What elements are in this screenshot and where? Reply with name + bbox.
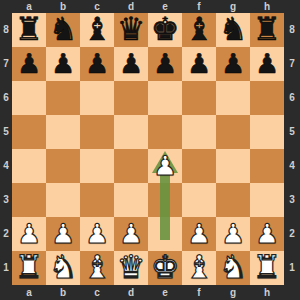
square-e5[interactable]: [148, 115, 182, 149]
piece-black-bishop-f8[interactable]: ♝: [185, 13, 214, 45]
square-g5[interactable]: [216, 115, 250, 149]
square-f3[interactable]: [182, 183, 216, 217]
file-label-f: f: [182, 285, 216, 300]
piece-black-bishop-c8[interactable]: ♝: [83, 13, 112, 45]
piece-black-knight-b8[interactable]: ♞: [49, 13, 78, 45]
square-h5[interactable]: [250, 115, 284, 149]
piece-white-pawn-f2[interactable]: ♟: [187, 220, 211, 247]
square-f2[interactable]: ♟: [182, 217, 216, 251]
piece-white-bishop-f1[interactable]: ♝: [185, 251, 214, 283]
square-g1[interactable]: ♞: [216, 251, 250, 285]
square-b6[interactable]: [46, 81, 80, 115]
piece-black-pawn-e7[interactable]: ♟: [153, 50, 177, 77]
chess-board-wrapper: abcdefgh abcdefgh 87654321 87654321 ♜♞♝♛…: [0, 0, 300, 300]
square-e1[interactable]: ♚: [148, 251, 182, 285]
square-b3[interactable]: [46, 183, 80, 217]
rank-label-7: 7: [284, 47, 300, 81]
square-d3[interactable]: [114, 183, 148, 217]
piece-white-rook-a1[interactable]: ♜: [15, 251, 44, 283]
piece-black-rook-h8[interactable]: ♜: [253, 13, 282, 45]
square-h6[interactable]: [250, 81, 284, 115]
rank-label-7: 7: [0, 47, 12, 81]
piece-black-pawn-b7[interactable]: ♟: [51, 50, 75, 77]
square-f1[interactable]: ♝: [182, 251, 216, 285]
rank-label-6: 6: [0, 81, 12, 115]
rank-labels-right: 87654321: [284, 13, 300, 285]
square-a5[interactable]: [12, 115, 46, 149]
file-label-g: g: [216, 285, 250, 300]
piece-black-pawn-d7[interactable]: ♟: [119, 50, 143, 77]
square-h3[interactable]: [250, 183, 284, 217]
piece-black-knight-g8[interactable]: ♞: [219, 13, 248, 45]
square-d8[interactable]: ♛: [114, 13, 148, 47]
square-c4[interactable]: [80, 149, 114, 183]
square-e6[interactable]: [148, 81, 182, 115]
rank-label-2: 2: [0, 217, 12, 251]
piece-black-pawn-f7[interactable]: ♟: [187, 50, 211, 77]
rank-label-8: 8: [284, 13, 300, 47]
file-label-h: h: [250, 285, 284, 300]
square-e2[interactable]: [148, 217, 182, 251]
piece-white-knight-b1[interactable]: ♞: [49, 251, 78, 283]
square-c6[interactable]: [80, 81, 114, 115]
file-labels-bottom: abcdefgh: [12, 285, 284, 300]
rank-label-2: 2: [284, 217, 300, 251]
square-c1[interactable]: ♝: [80, 251, 114, 285]
square-h7[interactable]: ♟: [250, 47, 284, 81]
square-f5[interactable]: [182, 115, 216, 149]
piece-white-knight-g1[interactable]: ♞: [219, 251, 248, 283]
rank-labels-left: 87654321: [0, 13, 12, 285]
square-g7[interactable]: ♟: [216, 47, 250, 81]
square-b7[interactable]: ♟: [46, 47, 80, 81]
rank-label-4: 4: [0, 149, 12, 183]
piece-black-pawn-a7[interactable]: ♟: [17, 50, 41, 77]
square-f7[interactable]: ♟: [182, 47, 216, 81]
square-h4[interactable]: [250, 149, 284, 183]
square-g8[interactable]: ♞: [216, 13, 250, 47]
square-h8[interactable]: ♜: [250, 13, 284, 47]
square-g2[interactable]: ♟: [216, 217, 250, 251]
piece-black-pawn-g7[interactable]: ♟: [221, 50, 245, 77]
rank-label-3: 3: [0, 183, 12, 217]
piece-white-pawn-a2[interactable]: ♟: [17, 220, 41, 247]
square-b8[interactable]: ♞: [46, 13, 80, 47]
square-b4[interactable]: [46, 149, 80, 183]
square-c7[interactable]: ♟: [80, 47, 114, 81]
square-h2[interactable]: ♟: [250, 217, 284, 251]
square-g4[interactable]: [216, 149, 250, 183]
square-e8[interactable]: ♚: [148, 13, 182, 47]
square-c5[interactable]: [80, 115, 114, 149]
square-d2[interactable]: ♟: [114, 217, 148, 251]
rank-label-8: 8: [0, 13, 12, 47]
square-b5[interactable]: [46, 115, 80, 149]
piece-white-queen-d1[interactable]: ♛: [117, 251, 146, 283]
file-label-b: b: [46, 285, 80, 300]
piece-black-pawn-h7[interactable]: ♟: [255, 50, 279, 77]
rank-label-5: 5: [284, 115, 300, 149]
piece-white-pawn-h2[interactable]: ♟: [255, 220, 279, 247]
square-b2[interactable]: ♟: [46, 217, 80, 251]
piece-white-pawn-e4[interactable]: ♟: [153, 152, 177, 179]
rank-label-6: 6: [284, 81, 300, 115]
rank-label-5: 5: [0, 115, 12, 149]
square-b1[interactable]: ♞: [46, 251, 80, 285]
rank-label-3: 3: [284, 183, 300, 217]
file-label-c: c: [80, 285, 114, 300]
file-label-e: e: [148, 285, 182, 300]
square-e4[interactable]: ♟: [148, 149, 182, 183]
square-c8[interactable]: ♝: [80, 13, 114, 47]
square-d6[interactable]: [114, 81, 148, 115]
square-d1[interactable]: ♛: [114, 251, 148, 285]
square-a6[interactable]: [12, 81, 46, 115]
square-a3[interactable]: [12, 183, 46, 217]
square-c3[interactable]: [80, 183, 114, 217]
file-label-a: a: [12, 285, 46, 300]
piece-white-pawn-c2[interactable]: ♟: [85, 220, 109, 247]
rank-label-4: 4: [284, 149, 300, 183]
piece-white-pawn-d2[interactable]: ♟: [119, 220, 143, 247]
square-e3[interactable]: [148, 183, 182, 217]
file-label-d: d: [114, 285, 148, 300]
square-d4[interactable]: [114, 149, 148, 183]
piece-black-rook-a8[interactable]: ♜: [15, 13, 44, 45]
piece-black-pawn-c7[interactable]: ♟: [85, 50, 109, 77]
square-a1[interactable]: ♜: [12, 251, 46, 285]
square-a4[interactable]: [12, 149, 46, 183]
piece-white-pawn-b2[interactable]: ♟: [51, 220, 75, 247]
piece-black-queen-d8[interactable]: ♛: [117, 13, 146, 45]
square-a2[interactable]: ♟: [12, 217, 46, 251]
piece-black-king-e8[interactable]: ♚: [151, 13, 180, 45]
square-f4[interactable]: [182, 149, 216, 183]
square-g6[interactable]: [216, 81, 250, 115]
square-a8[interactable]: ♜: [12, 13, 46, 47]
square-f6[interactable]: [182, 81, 216, 115]
square-f8[interactable]: ♝: [182, 13, 216, 47]
piece-white-rook-h1[interactable]: ♜: [253, 251, 282, 283]
rank-label-1: 1: [0, 251, 12, 285]
square-c2[interactable]: ♟: [80, 217, 114, 251]
rank-label-1: 1: [284, 251, 300, 285]
square-h1[interactable]: ♜: [250, 251, 284, 285]
piece-white-king-e1[interactable]: ♚: [151, 251, 180, 283]
square-d5[interactable]: [114, 115, 148, 149]
chess-board[interactable]: ♜♞♝♛♚♝♞♜♟♟♟♟♟♟♟♟♟♟♟♟♟♟♟♟♜♞♝♛♚♝♞♜: [12, 13, 284, 285]
piece-white-bishop-c1[interactable]: ♝: [83, 251, 112, 283]
piece-white-pawn-g2[interactable]: ♟: [221, 220, 245, 247]
square-a7[interactable]: ♟: [12, 47, 46, 81]
square-g3[interactable]: [216, 183, 250, 217]
square-e7[interactable]: ♟: [148, 47, 182, 81]
square-d7[interactable]: ♟: [114, 47, 148, 81]
